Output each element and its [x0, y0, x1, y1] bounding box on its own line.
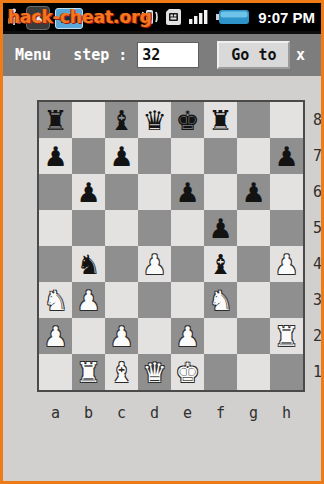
file-label-a: a	[39, 404, 72, 422]
signal-strength-icon	[188, 8, 210, 26]
close-button[interactable]: x	[292, 46, 309, 64]
white-queen: ♛	[142, 359, 166, 386]
black-pawn: ♟	[109, 143, 133, 170]
square-d7[interactable]	[138, 138, 171, 174]
square-f4[interactable]: ♝	[204, 246, 237, 282]
black-pawn: ♟	[274, 143, 298, 170]
square-d4[interactable]: ♟	[138, 246, 171, 282]
square-b4[interactable]: ♞	[72, 246, 105, 282]
square-h2[interactable]: ♜	[270, 318, 303, 354]
square-d1[interactable]: ♛	[138, 354, 171, 390]
square-g6[interactable]: ♟	[237, 174, 270, 210]
square-h3[interactable]	[270, 282, 303, 318]
file-label-e: e	[171, 404, 204, 422]
rank-label-6: 6	[313, 174, 322, 210]
white-bishop: ♝	[109, 359, 133, 386]
black-rook: ♜	[208, 107, 232, 134]
square-c8[interactable]: ♝	[105, 102, 138, 138]
square-f2[interactable]	[204, 318, 237, 354]
square-c4[interactable]	[105, 246, 138, 282]
phone-screen: ♟ hack-cheat.org 9:07 PM	[0, 0, 324, 484]
white-pawn: ♟	[274, 251, 298, 278]
square-e3[interactable]	[171, 282, 204, 318]
board-background: ♜♝♛♚♜♟♟♟♟♟♟♟♞♟♝♟♞♟♞♟♟♟♜♜♝♛♚ 87654321 abc…	[3, 76, 321, 481]
rank-label-3: 3	[313, 282, 322, 318]
square-a8[interactable]: ♜	[39, 102, 72, 138]
square-f1[interactable]	[204, 354, 237, 390]
square-c7[interactable]: ♟	[105, 138, 138, 174]
black-pawn: ♟	[43, 143, 67, 170]
black-knight: ♞	[76, 251, 100, 278]
square-a5[interactable]	[39, 210, 72, 246]
square-f5[interactable]: ♟	[204, 210, 237, 246]
square-b2[interactable]	[72, 318, 105, 354]
white-pawn: ♟	[76, 287, 100, 314]
square-a4[interactable]	[39, 246, 72, 282]
square-c2[interactable]: ♟	[105, 318, 138, 354]
file-label-c: c	[105, 404, 138, 422]
black-pawn: ♟	[241, 179, 265, 206]
goto-button[interactable]: Go to	[217, 41, 290, 69]
app-badge-icon: ♟	[26, 6, 50, 30]
black-rook: ♜	[43, 107, 67, 134]
rank-label-7: 7	[313, 138, 322, 174]
square-e6[interactable]: ♟	[171, 174, 204, 210]
rank-labels: 87654321	[313, 102, 322, 390]
square-d2[interactable]	[138, 318, 171, 354]
black-pawn: ♟	[76, 179, 100, 206]
square-g8[interactable]	[237, 102, 270, 138]
black-king: ♚	[175, 107, 199, 134]
rank-label-1: 1	[313, 354, 322, 390]
square-g5[interactable]	[237, 210, 270, 246]
square-e7[interactable]	[171, 138, 204, 174]
white-pawn: ♟	[43, 323, 67, 350]
clock: 9:07 PM	[258, 9, 315, 26]
square-a7[interactable]: ♟	[39, 138, 72, 174]
square-a1[interactable]	[39, 354, 72, 390]
black-bishop: ♝	[109, 107, 133, 134]
status-bar: ♟ hack-cheat.org 9:07 PM	[3, 3, 321, 31]
square-e8[interactable]: ♚	[171, 102, 204, 138]
file-label-g: g	[237, 404, 270, 422]
white-pawn: ♟	[175, 323, 199, 350]
menu-bar: Menu step : Go to x	[3, 31, 321, 76]
square-f7[interactable]	[204, 138, 237, 174]
square-e1[interactable]: ♚	[171, 354, 204, 390]
square-h5[interactable]	[270, 210, 303, 246]
white-knight: ♞	[208, 287, 232, 314]
white-pawn: ♟	[142, 251, 166, 278]
square-b5[interactable]	[72, 210, 105, 246]
white-pawn: ♟	[109, 323, 133, 350]
keyboard-icon	[55, 8, 83, 29]
square-c3[interactable]	[105, 282, 138, 318]
square-f3[interactable]: ♞	[204, 282, 237, 318]
battery-icon	[216, 8, 250, 26]
rank-label-2: 2	[313, 318, 322, 354]
menu-button[interactable]: Menu	[15, 46, 51, 64]
square-b6[interactable]: ♟	[72, 174, 105, 210]
square-d8[interactable]: ♛	[138, 102, 171, 138]
square-h8[interactable]	[270, 102, 303, 138]
chess-board: ♜♝♛♚♜♟♟♟♟♟♟♟♞♟♝♟♞♟♞♟♟♟♜♜♝♛♚	[37, 100, 305, 392]
white-rook: ♜	[76, 359, 100, 386]
file-labels: abcdefgh	[39, 404, 322, 422]
square-h6[interactable]	[270, 174, 303, 210]
square-a3[interactable]: ♞	[39, 282, 72, 318]
square-b8[interactable]	[72, 102, 105, 138]
square-g4[interactable]	[237, 246, 270, 282]
white-rook: ♜	[274, 323, 298, 350]
square-g1[interactable]	[237, 354, 270, 390]
square-h4[interactable]: ♟	[270, 246, 303, 282]
sim-card-icon	[165, 8, 182, 26]
vibrate-icon	[140, 8, 159, 26]
square-e4[interactable]	[171, 246, 204, 282]
square-h7[interactable]: ♟	[270, 138, 303, 174]
black-queen: ♛	[142, 107, 166, 134]
square-f6[interactable]	[204, 174, 237, 210]
step-input[interactable]	[137, 42, 199, 68]
square-a2[interactable]: ♟	[39, 318, 72, 354]
square-b3[interactable]: ♟	[72, 282, 105, 318]
rank-label-8: 8	[313, 102, 322, 138]
square-c1[interactable]: ♝	[105, 354, 138, 390]
rank-label-5: 5	[313, 210, 322, 246]
file-label-h: h	[270, 404, 303, 422]
square-b1[interactable]: ♜	[72, 354, 105, 390]
file-label-f: f	[204, 404, 237, 422]
square-d6[interactable]	[138, 174, 171, 210]
square-d3[interactable]	[138, 282, 171, 318]
square-c6[interactable]	[105, 174, 138, 210]
square-e5[interactable]	[171, 210, 204, 246]
black-pawn: ♟	[208, 215, 232, 242]
square-e2[interactable]: ♟	[171, 318, 204, 354]
square-b7[interactable]	[72, 138, 105, 174]
square-c5[interactable]	[105, 210, 138, 246]
square-g2[interactable]	[237, 318, 270, 354]
square-d5[interactable]	[138, 210, 171, 246]
square-a6[interactable]	[39, 174, 72, 210]
step-label: step :	[73, 46, 127, 64]
black-bishop: ♝	[208, 251, 232, 278]
square-g3[interactable]	[237, 282, 270, 318]
white-king: ♚	[175, 359, 199, 386]
file-label-d: d	[138, 404, 171, 422]
square-g7[interactable]	[237, 138, 270, 174]
file-label-b: b	[72, 404, 105, 422]
usb-icon	[7, 8, 21, 28]
square-h1[interactable]	[270, 354, 303, 390]
white-knight: ♞	[43, 287, 67, 314]
rank-label-4: 4	[313, 246, 322, 282]
square-f8[interactable]: ♜	[204, 102, 237, 138]
status-left-icons: ♟	[7, 6, 83, 30]
black-pawn: ♟	[175, 179, 199, 206]
board-area: ♜♝♛♚♜♟♟♟♟♟♟♟♞♟♝♟♞♟♞♟♟♟♜♜♝♛♚ 87654321 abc…	[37, 100, 322, 422]
